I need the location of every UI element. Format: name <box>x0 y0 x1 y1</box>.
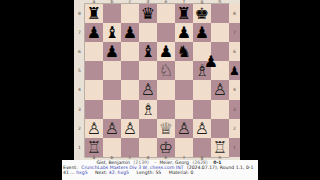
square-c6 <box>121 42 139 61</box>
black-rook-icon: ♜ <box>175 4 193 23</box>
square-h8 <box>211 4 229 23</box>
length-value: 55 <box>155 170 161 175</box>
square-f7: ♟ <box>175 23 193 42</box>
square-h1: ♖ <box>211 138 229 157</box>
black-pawn-icon: ♟ <box>121 23 139 42</box>
white-pawn-icon: ♙ <box>193 119 211 138</box>
black-knight-icon: ♞ <box>175 42 193 61</box>
white-queen-icon: ♕ <box>157 119 175 138</box>
white-pawn-icon: ♙ <box>85 119 103 138</box>
current-move-number: 41 ... <box>63 170 75 175</box>
material-label: Material: <box>169 170 189 175</box>
current-move[interactable]: hxg5 <box>76 170 87 175</box>
moving-black-pawn-icon: ♟ <box>202 52 220 71</box>
square-g7: ♟ <box>193 23 211 42</box>
black-pawn-icon: ♟ <box>85 23 103 42</box>
black-bishop-icon: ♝ <box>103 23 121 42</box>
square-g1 <box>193 138 211 157</box>
square-d8: ♛ <box>139 4 157 23</box>
video-frame: abcdefgh 87654321 ♜♛♜♚♟♝♟♟♟♟♝♟♞♘♗♙♙♗♙♙♙♕… <box>0 0 320 180</box>
square-c3 <box>121 100 139 119</box>
square-c5 <box>121 61 139 80</box>
rank-label-5: 5 <box>74 61 85 80</box>
square-d3: ♗ <box>139 100 157 119</box>
square-h3 <box>211 100 229 119</box>
rank-label-3: 3 <box>74 100 85 119</box>
white-pawn-icon: ♙ <box>175 119 193 138</box>
square-d4: ♙ <box>139 80 157 99</box>
square-b2: ♙ <box>103 119 121 138</box>
square-f5 <box>175 61 193 80</box>
rank-label-2: 2 <box>74 119 85 138</box>
rank-label-6: 6 <box>74 42 85 61</box>
rank-labels-right: 87654321 <box>229 4 240 158</box>
square-c1 <box>121 138 139 157</box>
white-pawn-icon: ♙ <box>121 119 139 138</box>
black-queen-icon: ♛ <box>139 4 157 23</box>
next-label: Next: <box>95 170 107 175</box>
rank-label-2: 2 <box>229 119 240 138</box>
game-info-panel: Gist, Benjamin (2139) - Meier, Georg (26… <box>62 160 258 180</box>
square-a5 <box>85 61 103 80</box>
square-b8 <box>103 4 121 23</box>
rank-label-4: 4 <box>74 80 85 99</box>
moves-status-line: 41 ... hxg5 Next: 42. hxg5 Length: 55 Ma… <box>62 171 258 176</box>
chess-board-plate: abcdefgh 87654321 ♜♛♜♚♟♝♟♟♟♟♝♟♞♘♗♙♙♗♙♙♙♕… <box>74 0 240 160</box>
rank-label-7: 7 <box>74 23 85 42</box>
rank-label-6: 6 <box>229 42 240 61</box>
square-c2: ♙ <box>121 119 139 138</box>
white-pawn-icon: ♙ <box>103 119 121 138</box>
rank-label-7: 7 <box>229 23 240 42</box>
square-c4 <box>121 80 139 99</box>
square-e1: ♔ <box>157 138 175 157</box>
square-a7: ♟ <box>85 23 103 42</box>
captured-pawn-indicator-icon: ♟ <box>229 63 240 79</box>
square-d2 <box>139 119 157 138</box>
square-a2: ♙ <box>85 119 103 138</box>
square-e8 <box>157 4 175 23</box>
black-bishop-icon: ♝ <box>139 42 157 61</box>
square-e7 <box>157 23 175 42</box>
white-rook-icon: ♖ <box>85 138 103 157</box>
chess-board: ♜♛♜♚♟♝♟♟♟♟♝♟♞♘♗♙♙♗♙♙♙♕♙♙♖♔♖ <box>85 4 229 158</box>
square-b1 <box>103 138 121 157</box>
rank-label-4: 4 <box>229 80 240 99</box>
square-e5: ♘ <box>157 61 175 80</box>
square-g4 <box>193 80 211 99</box>
square-b5 <box>103 61 121 80</box>
square-b7: ♝ <box>103 23 121 42</box>
white-knight-icon: ♘ <box>157 61 175 80</box>
square-f3 <box>175 100 193 119</box>
square-h2 <box>211 119 229 138</box>
square-a3 <box>85 100 103 119</box>
square-f8: ♜ <box>175 4 193 23</box>
square-g8: ♚ <box>193 4 211 23</box>
square-d6: ♝ <box>139 42 157 61</box>
square-b3 <box>103 100 121 119</box>
black-pawn-icon: ♟ <box>175 23 193 42</box>
black-king-icon: ♚ <box>193 4 211 23</box>
white-king-icon: ♔ <box>157 138 175 157</box>
square-g3 <box>193 100 211 119</box>
square-f2: ♙ <box>175 119 193 138</box>
next-move[interactable]: 42. hxg5 <box>109 170 129 175</box>
length-label: Length: <box>137 170 154 175</box>
white-pawn-icon: ♙ <box>139 80 157 99</box>
rank-label-1: 1 <box>74 138 85 157</box>
square-h7 <box>211 23 229 42</box>
event-details: (2024.07.17), Round 1.1, 0-1 <box>187 165 254 170</box>
white-pawn-icon: ♙ <box>211 80 229 99</box>
black-pawn-icon: ♟ <box>103 42 121 61</box>
square-b6: ♟ <box>103 42 121 61</box>
white-rook-icon: ♖ <box>211 138 229 157</box>
square-e3 <box>157 100 175 119</box>
square-g2: ♙ <box>193 119 211 138</box>
rank-label-8: 8 <box>229 4 240 23</box>
black-rook-icon: ♜ <box>85 4 103 23</box>
square-e4 <box>157 80 175 99</box>
square-h4: ♙ <box>211 80 229 99</box>
square-a4 <box>85 80 103 99</box>
black-pawn-icon: ♟ <box>193 23 211 42</box>
rank-label-8: 8 <box>74 4 85 23</box>
white-bishop-icon: ♗ <box>139 100 157 119</box>
square-d1 <box>139 138 157 157</box>
square-f1 <box>175 138 193 157</box>
black-pawn-icon: ♟ <box>157 42 175 61</box>
square-a1: ♖ <box>85 138 103 157</box>
square-e2: ♕ <box>157 119 175 138</box>
square-a6 <box>85 42 103 61</box>
square-f6: ♞ <box>175 42 193 61</box>
square-c7: ♟ <box>121 23 139 42</box>
rank-label-3: 3 <box>229 100 240 119</box>
square-d7 <box>139 23 157 42</box>
square-f4 <box>175 80 193 99</box>
rank-labels-left: 87654321 <box>74 4 85 158</box>
square-e6: ♟ <box>157 42 175 61</box>
square-c8 <box>121 4 139 23</box>
square-b4 <box>103 80 121 99</box>
material-value: 0 <box>190 170 193 175</box>
rank-label-1: 1 <box>229 138 240 157</box>
square-a8: ♜ <box>85 4 103 23</box>
square-d5 <box>139 61 157 80</box>
